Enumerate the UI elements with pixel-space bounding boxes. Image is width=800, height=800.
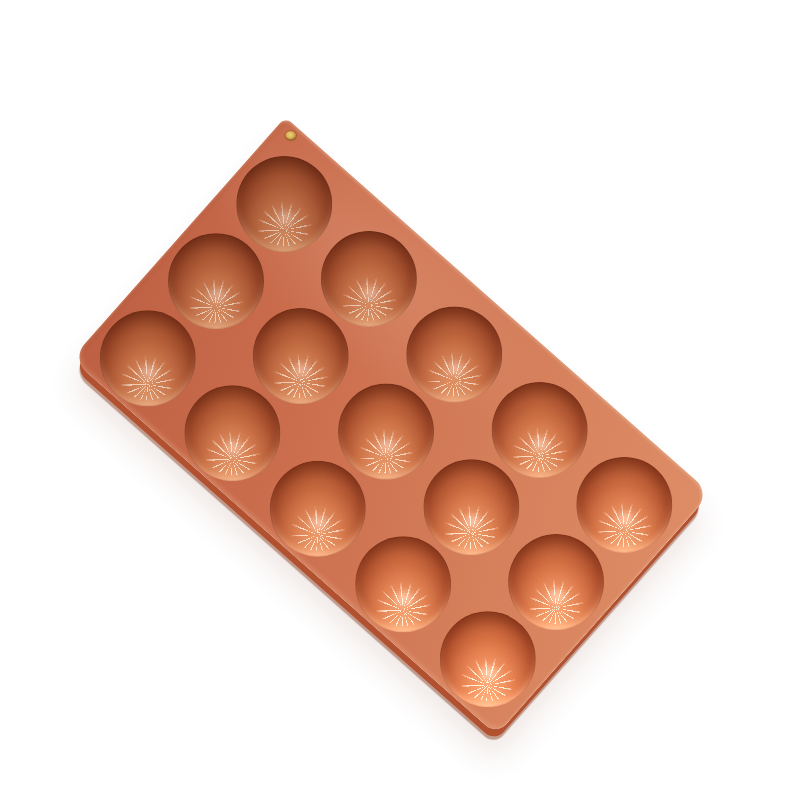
pit-r3c3 <box>270 460 366 556</box>
pit-r1c3 <box>407 306 503 402</box>
pit-r1c4 <box>492 381 588 477</box>
pit-r2c2 <box>253 308 349 404</box>
pit-r3c2 <box>185 385 281 481</box>
pit-r1c2 <box>322 231 418 327</box>
pit-r1c1 <box>236 156 332 252</box>
pit-r1c5 <box>577 457 673 553</box>
pit-r3c5 <box>440 611 536 707</box>
pit-r2c5 <box>509 534 605 630</box>
silicone-mold <box>71 117 710 735</box>
pit-r2c3 <box>338 383 434 479</box>
pit-r3c1 <box>100 310 196 406</box>
pit-r2c1 <box>168 233 264 329</box>
pit-r2c4 <box>423 459 519 555</box>
photo-stage <box>0 0 800 800</box>
pit-grid <box>71 117 710 735</box>
pit-r3c4 <box>355 536 451 632</box>
